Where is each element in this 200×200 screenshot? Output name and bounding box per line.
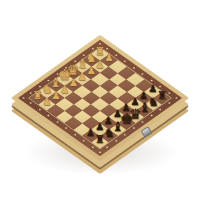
frame-inlay-dot bbox=[106, 146, 109, 148]
frame-inlay-dot bbox=[74, 134, 77, 136]
frame-inlay-dot bbox=[99, 43, 102, 45]
frame-inlay-dot bbox=[47, 115, 50, 117]
frame-inlay-dot bbox=[22, 97, 25, 99]
frame-inlay-dot bbox=[65, 127, 68, 129]
frame-inlay-dot bbox=[141, 121, 144, 123]
frame-inlay-dot bbox=[38, 108, 41, 110]
frame-inlay-dot bbox=[168, 102, 171, 104]
frame-inlay-dot bbox=[106, 48, 109, 50]
frame-inlay-dot bbox=[99, 151, 102, 153]
frame-inlay-dot bbox=[132, 127, 135, 129]
frame-inlay-dot bbox=[124, 134, 127, 136]
frame-inlay-dot bbox=[91, 146, 94, 148]
frame-inlay-dot bbox=[82, 140, 85, 142]
frame-inlay-dot bbox=[115, 140, 118, 142]
frame-inlay-dot bbox=[168, 92, 171, 94]
frame-inlay-dot bbox=[175, 97, 178, 99]
product-photo: ♜♟♟♜♞♟♟♞♝♟♟♝♛♟♟♛♚♟♟♚♝♟♟♝♞♟♟♞♜♟♟♜ bbox=[0, 0, 200, 200]
frame-inlay-dot bbox=[150, 115, 153, 117]
frame-inlay-dot bbox=[115, 54, 118, 56]
frame-inlay-dot bbox=[159, 86, 162, 88]
frame-inlay-dot bbox=[56, 121, 59, 123]
frame-inlay-dot bbox=[124, 60, 127, 62]
frame-inlay-dot bbox=[141, 73, 144, 75]
frame-inlay-dot bbox=[29, 102, 32, 104]
frame-inlay-dot bbox=[159, 108, 162, 110]
frame-inlay-dot bbox=[150, 79, 153, 81]
frame-inlay-dot bbox=[132, 67, 135, 69]
